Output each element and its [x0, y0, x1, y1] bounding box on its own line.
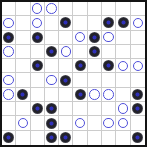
- cell-r8c10[interactable]: [131, 102, 145, 116]
- cell-r10c6[interactable]: [73, 131, 87, 145]
- cell-r4c5[interactable]: [59, 45, 73, 59]
- cell-r7c1[interactable]: [2, 88, 16, 102]
- cell-r1c7[interactable]: [88, 2, 102, 16]
- black-circle: [118, 17, 129, 28]
- cell-r2c6[interactable]: [73, 16, 87, 30]
- cell-r7c6[interactable]: [73, 88, 87, 102]
- cell-r1c4[interactable]: [45, 2, 59, 16]
- cell-r2c3[interactable]: [31, 16, 45, 30]
- black-circle: [103, 60, 114, 71]
- cell-r4c1[interactable]: [2, 45, 16, 59]
- cell-r3c7[interactable]: [88, 31, 102, 45]
- cell-r7c8[interactable]: [102, 88, 116, 102]
- black-circle: [32, 60, 43, 71]
- black-circle: [17, 89, 28, 100]
- white-circle: [3, 18, 14, 29]
- cell-r2c10[interactable]: [131, 16, 145, 30]
- cell-r8c2[interactable]: [16, 102, 30, 116]
- cell-r1c1[interactable]: [2, 2, 16, 16]
- cell-r7c4[interactable]: [45, 88, 59, 102]
- white-circle: [46, 3, 57, 14]
- white-circle: [118, 118, 129, 129]
- cell-r10c4[interactable]: [45, 131, 59, 145]
- black-circle: [46, 132, 57, 143]
- cell-r6c5[interactable]: [59, 73, 73, 87]
- cell-r8c8[interactable]: [102, 102, 116, 116]
- cell-r4c3[interactable]: [31, 45, 45, 59]
- black-circle: [46, 118, 57, 129]
- black-circle: [3, 132, 14, 143]
- cell-r9c1[interactable]: [2, 116, 16, 130]
- cell-r3c2[interactable]: [16, 31, 30, 45]
- cell-r9c9[interactable]: [116, 116, 130, 130]
- cell-r7c9[interactable]: [116, 88, 130, 102]
- cell-r4c4[interactable]: [45, 45, 59, 59]
- cell-r3c1[interactable]: [2, 31, 16, 45]
- black-circle: [89, 32, 100, 43]
- cell-r8c4[interactable]: [45, 102, 59, 116]
- cell-r10c3[interactable]: [31, 131, 45, 145]
- cell-r3c6[interactable]: [73, 31, 87, 45]
- white-circle: [3, 89, 14, 100]
- cell-r4c6[interactable]: [73, 45, 87, 59]
- cell-r2c2[interactable]: [16, 16, 30, 30]
- cell-r4c2[interactable]: [16, 45, 30, 59]
- cell-r8c6[interactable]: [73, 102, 87, 116]
- white-circle: [89, 89, 100, 100]
- black-circle: [32, 32, 43, 43]
- cell-r8c7[interactable]: [88, 102, 102, 116]
- cell-r5c10[interactable]: [131, 59, 145, 73]
- cell-r4c7[interactable]: [88, 45, 102, 59]
- cell-r5c6[interactable]: [73, 59, 87, 73]
- white-circle: [133, 61, 144, 72]
- cell-r7c10[interactable]: [131, 88, 145, 102]
- black-circle: [32, 103, 43, 114]
- black-circle: [103, 17, 114, 28]
- white-circle: [32, 18, 43, 29]
- white-circle: [3, 46, 14, 57]
- white-circle: [118, 103, 129, 114]
- cell-r10c8[interactable]: [102, 131, 116, 145]
- cell-r8c5[interactable]: [59, 102, 73, 116]
- cell-r10c1[interactable]: [2, 131, 16, 145]
- cell-r7c5[interactable]: [59, 88, 73, 102]
- cell-r9c3[interactable]: [31, 116, 45, 130]
- white-circle: [46, 75, 57, 86]
- cell-r7c2[interactable]: [16, 88, 30, 102]
- cell-r5c4[interactable]: [45, 59, 59, 73]
- white-circle: [103, 89, 114, 100]
- cell-r9c10[interactable]: [131, 116, 145, 130]
- white-circle: [103, 32, 114, 43]
- cell-r1c2[interactable]: [16, 2, 30, 16]
- cell-r3c8[interactable]: [102, 31, 116, 45]
- cell-r2c9[interactable]: [116, 16, 130, 30]
- black-circle: [46, 103, 57, 114]
- cell-r2c1[interactable]: [2, 16, 16, 30]
- cell-r6c4[interactable]: [45, 73, 59, 87]
- cell-r1c10[interactable]: [131, 2, 145, 16]
- cell-r2c8[interactable]: [102, 16, 116, 30]
- cell-r1c8[interactable]: [102, 2, 116, 16]
- cell-r3c5[interactable]: [59, 31, 73, 45]
- cell-r5c5[interactable]: [59, 59, 73, 73]
- cell-r5c7[interactable]: [88, 59, 102, 73]
- cell-r2c7[interactable]: [88, 16, 102, 30]
- cell-r7c3[interactable]: [31, 88, 45, 102]
- cell-r4c8[interactable]: [102, 45, 116, 59]
- cell-r6c7[interactable]: [88, 73, 102, 87]
- cell-r6c2[interactable]: [16, 73, 30, 87]
- cell-r9c7[interactable]: [88, 116, 102, 130]
- cell-r8c1[interactable]: [2, 102, 16, 116]
- cell-r2c4[interactable]: [45, 16, 59, 30]
- cell-r8c3[interactable]: [31, 102, 45, 116]
- cell-r3c10[interactable]: [131, 31, 145, 45]
- white-circle: [103, 118, 114, 129]
- cell-r6c9[interactable]: [116, 73, 130, 87]
- masyu-puzzle: [0, 0, 150, 150]
- cell-r9c6[interactable]: [73, 116, 87, 130]
- black-circle: [132, 132, 143, 143]
- white-circle: [75, 32, 86, 43]
- black-circle: [75, 60, 86, 71]
- cell-r9c4[interactable]: [45, 116, 59, 130]
- cell-r5c2[interactable]: [16, 59, 30, 73]
- cell-r9c8[interactable]: [102, 116, 116, 130]
- cell-r6c3[interactable]: [31, 73, 45, 87]
- cell-r5c1[interactable]: [2, 59, 16, 73]
- cell-r3c4[interactable]: [45, 31, 59, 45]
- cell-r10c2[interactable]: [16, 131, 30, 145]
- cell-r6c6[interactable]: [73, 73, 87, 87]
- black-circle: [3, 32, 14, 43]
- masyu-board: [0, 0, 147, 147]
- cell-r4c10[interactable]: [131, 45, 145, 59]
- black-circle: [75, 89, 86, 100]
- cell-r5c8[interactable]: [102, 59, 116, 73]
- cell-r8c9[interactable]: [116, 102, 130, 116]
- cell-r1c3[interactable]: [31, 2, 45, 16]
- white-circle: [61, 46, 72, 57]
- black-circle: [60, 17, 71, 28]
- cell-r4c9[interactable]: [116, 45, 130, 59]
- black-circle: [132, 103, 143, 114]
- cell-r6c1[interactable]: [2, 73, 16, 87]
- cell-r1c9[interactable]: [116, 2, 130, 16]
- cell-r1c5[interactable]: [59, 2, 73, 16]
- black-circle: [60, 132, 71, 143]
- black-circle: [60, 75, 71, 86]
- white-circle: [75, 118, 86, 129]
- cell-r6c8[interactable]: [102, 73, 116, 87]
- white-circle: [18, 118, 29, 129]
- cell-r10c7[interactable]: [88, 131, 102, 145]
- cell-r10c5[interactable]: [59, 131, 73, 145]
- cell-r10c10[interactable]: [131, 131, 145, 145]
- cell-r5c3[interactable]: [31, 59, 45, 73]
- white-circle: [118, 61, 129, 72]
- cell-r3c3[interactable]: [31, 31, 45, 45]
- cell-r3c9[interactable]: [116, 31, 130, 45]
- black-circle: [132, 89, 143, 100]
- cell-r9c2[interactable]: [16, 116, 30, 130]
- cell-r9c5[interactable]: [59, 116, 73, 130]
- cell-r10c9[interactable]: [116, 131, 130, 145]
- white-circle: [32, 3, 43, 14]
- cell-r1c6[interactable]: [73, 2, 87, 16]
- white-circle: [3, 75, 14, 86]
- black-circle: [46, 46, 57, 57]
- cell-r5c9[interactable]: [116, 59, 130, 73]
- cell-r7c7[interactable]: [88, 88, 102, 102]
- white-circle: [133, 18, 144, 29]
- cell-r2c5[interactable]: [59, 16, 73, 30]
- cell-r6c10[interactable]: [131, 73, 145, 87]
- black-circle: [89, 46, 100, 57]
